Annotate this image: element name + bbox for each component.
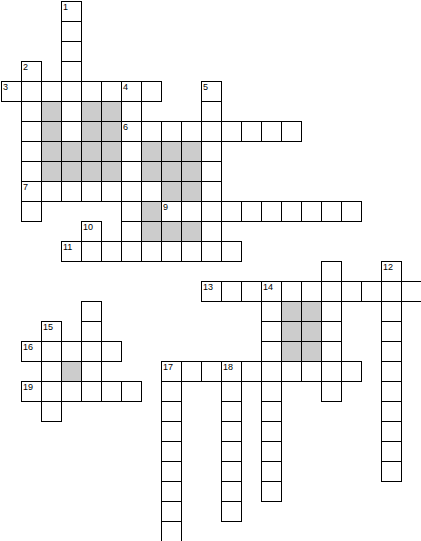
shaded-cell <box>81 101 102 122</box>
crossword-cell[interactable] <box>161 521 182 541</box>
crossword-cell[interactable] <box>161 501 182 522</box>
crossword-cell[interactable] <box>261 461 282 482</box>
crossword-cell[interactable] <box>321 201 342 222</box>
crossword-cell[interactable] <box>321 361 342 382</box>
crossword-cell[interactable] <box>201 161 222 182</box>
crossword-cell[interactable] <box>401 281 421 302</box>
crossword-cell[interactable] <box>61 81 82 102</box>
crossword-cell[interactable] <box>261 341 282 362</box>
crossword-cell[interactable] <box>161 461 182 482</box>
crossword-cell[interactable]: 14 <box>261 281 282 302</box>
crossword-cell[interactable] <box>181 121 202 142</box>
crossword-cell[interactable]: 18 <box>221 361 242 382</box>
crossword-cell[interactable] <box>261 301 282 322</box>
crossword-cell[interactable] <box>241 361 262 382</box>
shaded-cell <box>41 141 62 162</box>
crossword-cell[interactable]: 15 <box>41 321 62 342</box>
crossword-cell[interactable] <box>261 441 282 462</box>
crossword-cell[interactable] <box>301 201 322 222</box>
crossword-cell[interactable] <box>101 241 122 262</box>
crossword-cell[interactable] <box>221 381 242 402</box>
crossword-cell[interactable] <box>21 101 42 122</box>
crossword-cell[interactable] <box>121 161 142 182</box>
shaded-cell <box>281 301 302 322</box>
crossword-cell[interactable] <box>141 121 162 142</box>
crossword-cell[interactable] <box>381 301 402 322</box>
shaded-cell <box>161 221 182 242</box>
crossword-cell[interactable] <box>141 181 162 202</box>
shaded-cell <box>141 221 162 242</box>
crossword-cell[interactable] <box>181 201 202 222</box>
crossword-cell[interactable]: 19 <box>21 381 42 402</box>
crossword-cell[interactable]: 2 <box>21 61 42 82</box>
shaded-cell <box>301 301 322 322</box>
crossword-cell[interactable] <box>61 181 82 202</box>
crossword-cell[interactable] <box>21 161 42 182</box>
crossword-cell[interactable] <box>261 421 282 442</box>
crossword-cell[interactable] <box>221 121 242 142</box>
crossword-cell[interactable] <box>81 381 102 402</box>
crossword-cell[interactable] <box>221 401 242 422</box>
crossword-cell[interactable] <box>81 241 102 262</box>
shaded-cell <box>141 141 162 162</box>
clue-number: 9 <box>163 203 168 212</box>
shaded-cell <box>161 161 182 182</box>
clue-number: 15 <box>43 323 53 332</box>
crossword-cell[interactable] <box>101 81 122 102</box>
crossword-cell[interactable] <box>241 281 262 302</box>
shaded-cell <box>281 321 302 342</box>
crossword-cell[interactable] <box>221 241 242 262</box>
crossword-cell[interactable] <box>201 101 222 122</box>
crossword-cell[interactable]: 16 <box>21 341 42 362</box>
crossword-cell[interactable] <box>201 221 222 242</box>
crossword-cell[interactable] <box>301 281 322 302</box>
crossword-cell[interactable] <box>101 181 122 202</box>
crossword-cell[interactable] <box>101 341 122 362</box>
crossword-cell[interactable] <box>121 101 142 122</box>
crossword-cell[interactable] <box>121 381 142 402</box>
crossword-cell[interactable] <box>321 341 342 362</box>
crossword-cell[interactable] <box>221 421 242 442</box>
crossword-cell[interactable] <box>201 121 222 142</box>
crossword-cell[interactable] <box>341 361 362 382</box>
crossword-cell[interactable] <box>121 221 142 242</box>
crossword-cell[interactable] <box>121 201 142 222</box>
shaded-cell <box>41 101 62 122</box>
clue-number: 6 <box>123 123 128 132</box>
crossword-cell[interactable] <box>281 201 302 222</box>
shaded-cell <box>41 161 62 182</box>
crossword-cell[interactable] <box>61 341 82 362</box>
shaded-cell <box>101 141 122 162</box>
crossword-cell[interactable] <box>101 381 122 402</box>
crossword-cell[interactable] <box>181 361 202 382</box>
crossword-cell[interactable] <box>381 441 402 462</box>
clue-number: 13 <box>203 283 213 292</box>
clue-number: 12 <box>383 263 393 272</box>
crossword-cell[interactable] <box>161 441 182 462</box>
shaded-cell <box>161 181 182 202</box>
crossword-cell[interactable] <box>81 321 102 342</box>
shaded-cell <box>181 141 202 162</box>
crossword-cell[interactable] <box>81 341 102 362</box>
crossword-cell[interactable] <box>221 201 242 222</box>
shaded-cell <box>101 121 122 142</box>
shaded-cell <box>81 141 102 162</box>
crossword-cell[interactable] <box>61 41 82 62</box>
crossword-cell[interactable] <box>261 361 282 382</box>
crossword-cell[interactable] <box>381 281 402 302</box>
crossword-cell[interactable] <box>161 401 182 422</box>
crossword-cell[interactable] <box>81 181 102 202</box>
crossword-cell[interactable] <box>81 361 102 382</box>
shaded-cell <box>101 161 122 182</box>
crossword-cell[interactable] <box>81 81 102 102</box>
crossword-cell[interactable]: 3 <box>1 81 22 102</box>
clue-number: 5 <box>203 83 208 92</box>
crossword-cell[interactable]: 11 <box>61 241 82 262</box>
shaded-cell <box>81 121 102 142</box>
crossword-cell[interactable] <box>261 481 282 502</box>
crossword-cell[interactable] <box>381 421 402 442</box>
clue-number: 17 <box>163 363 173 372</box>
crossword-cell[interactable] <box>281 281 302 302</box>
crossword-cell[interactable]: 9 <box>161 201 182 222</box>
crossword-cell[interactable] <box>201 181 222 202</box>
clue-number: 10 <box>83 223 93 232</box>
crossword-cell[interactable] <box>161 381 182 402</box>
crossword-cell[interactable] <box>81 301 102 322</box>
crossword-cell[interactable] <box>221 441 242 462</box>
shaded-cell <box>61 161 82 182</box>
crossword-cell[interactable] <box>201 141 222 162</box>
crossword-cell[interactable] <box>241 201 262 222</box>
crossword-cell[interactable] <box>21 201 42 222</box>
crossword-cell[interactable] <box>161 481 182 502</box>
clue-number: 16 <box>23 343 33 352</box>
shaded-cell <box>181 181 202 202</box>
crossword-cell[interactable] <box>341 281 362 302</box>
crossword-cell[interactable] <box>181 241 202 262</box>
crossword-cell[interactable] <box>361 281 382 302</box>
crossword-board: 1234567910111213141516171819 <box>0 0 421 541</box>
crossword-cell[interactable] <box>41 341 62 362</box>
crossword-cell[interactable] <box>201 241 222 262</box>
crossword-cell[interactable] <box>241 121 262 142</box>
crossword-cell[interactable] <box>41 181 62 202</box>
crossword-cell[interactable]: 10 <box>81 221 102 242</box>
crossword-cell[interactable]: 13 <box>201 281 222 302</box>
crossword-cell[interactable] <box>381 321 402 342</box>
crossword-cell[interactable] <box>141 81 162 102</box>
crossword-cell[interactable] <box>61 101 82 122</box>
crossword-cell[interactable] <box>321 321 342 342</box>
crossword-cell[interactable] <box>41 401 62 422</box>
crossword-cell[interactable] <box>61 121 82 142</box>
crossword-cell[interactable]: 7 <box>21 181 42 202</box>
crossword-cell[interactable] <box>381 401 402 422</box>
clue-number: 7 <box>23 183 28 192</box>
crossword-cell[interactable]: 5 <box>201 81 222 102</box>
crossword-cell[interactable] <box>281 121 302 142</box>
crossword-cell[interactable] <box>161 421 182 442</box>
shaded-cell <box>281 341 302 362</box>
crossword-cell[interactable] <box>321 261 342 282</box>
crossword-cell[interactable] <box>321 281 342 302</box>
clue-number: 1 <box>63 3 68 12</box>
shaded-cell <box>161 141 182 162</box>
shaded-cell <box>61 141 82 162</box>
crossword-cell[interactable]: 6 <box>121 121 142 142</box>
crossword-cell[interactable] <box>381 341 402 362</box>
crossword-cell[interactable] <box>221 281 242 302</box>
crossword-cell[interactable] <box>121 241 142 262</box>
shaded-cell <box>301 321 322 342</box>
crossword-cell[interactable] <box>261 321 282 342</box>
crossword-cell[interactable] <box>301 361 322 382</box>
crossword-cell[interactable]: 4 <box>121 81 142 102</box>
clue-number: 18 <box>223 363 233 372</box>
shaded-cell <box>181 161 202 182</box>
crossword-cell[interactable]: 12 <box>381 261 402 282</box>
crossword-cell[interactable] <box>321 381 342 402</box>
crossword-cell[interactable] <box>261 381 282 402</box>
clue-number: 2 <box>23 63 28 72</box>
crossword-cell[interactable] <box>41 381 62 402</box>
clue-number: 14 <box>263 283 273 292</box>
clue-number: 11 <box>63 243 72 252</box>
shaded-cell <box>141 161 162 182</box>
shaded-cell <box>101 101 122 122</box>
crossword-cell[interactable] <box>21 121 42 142</box>
crossword-cell[interactable]: 17 <box>161 361 182 382</box>
crossword-cell[interactable]: 1 <box>61 1 82 22</box>
crossword-cell[interactable] <box>61 381 82 402</box>
crossword-cell[interactable] <box>21 81 42 102</box>
crossword-cell[interactable] <box>141 241 162 262</box>
shaded-cell <box>81 161 102 182</box>
clue-number: 4 <box>123 83 128 92</box>
crossword-cell[interactable] <box>261 121 282 142</box>
crossword-cell[interactable] <box>261 201 282 222</box>
shaded-cell <box>61 361 82 382</box>
crossword-cell[interactable] <box>321 301 342 322</box>
crossword-cell[interactable] <box>41 361 62 382</box>
crossword-cell[interactable] <box>61 21 82 42</box>
crossword-cell[interactable] <box>161 121 182 142</box>
crossword-cell[interactable] <box>121 181 142 202</box>
crossword-cell[interactable] <box>341 201 362 222</box>
crossword-cell[interactable] <box>201 201 222 222</box>
crossword-cell[interactable] <box>61 61 82 82</box>
crossword-cell[interactable] <box>41 81 62 102</box>
crossword-cell[interactable] <box>221 501 242 522</box>
crossword-cell[interactable] <box>201 361 222 382</box>
shaded-cell <box>41 121 62 142</box>
crossword-cell[interactable] <box>21 141 42 162</box>
crossword-cell[interactable] <box>261 401 282 422</box>
clue-number: 19 <box>23 383 33 392</box>
shaded-cell <box>301 341 322 362</box>
crossword-cell[interactable] <box>221 461 242 482</box>
clue-number: 3 <box>3 83 8 92</box>
shaded-cell <box>181 221 202 242</box>
crossword-cell[interactable] <box>381 361 402 382</box>
crossword-cell[interactable] <box>281 361 302 382</box>
crossword-cell[interactable] <box>381 381 402 402</box>
shaded-cell <box>141 201 162 222</box>
crossword-cell[interactable] <box>381 461 402 482</box>
crossword-cell[interactable] <box>221 481 242 502</box>
crossword-cell[interactable] <box>161 241 182 262</box>
crossword-cell[interactable] <box>121 141 142 162</box>
